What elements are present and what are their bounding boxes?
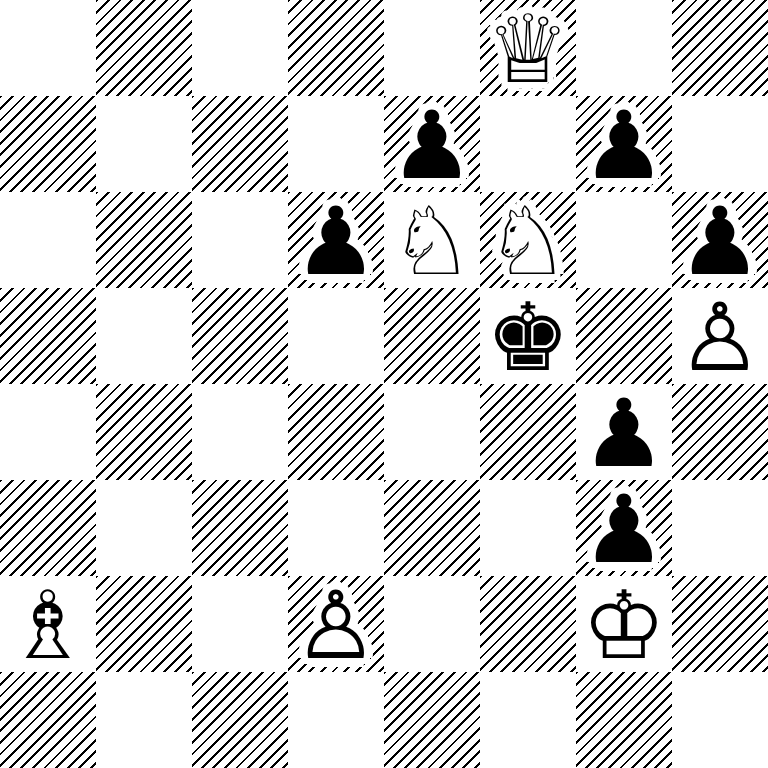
square-h5[interactable]: ♟♙ xyxy=(672,288,768,384)
square-a5[interactable] xyxy=(0,288,96,384)
square-b1[interactable] xyxy=(96,672,192,768)
piece-white-queen-f8[interactable]: ♛♕ xyxy=(480,0,576,96)
square-e6[interactable]: ♞♘ xyxy=(384,192,480,288)
square-c4[interactable] xyxy=(192,384,288,480)
square-d8[interactable] xyxy=(288,0,384,96)
square-d5[interactable] xyxy=(288,288,384,384)
square-c2[interactable] xyxy=(192,576,288,672)
square-e1[interactable] xyxy=(384,672,480,768)
square-h1[interactable] xyxy=(672,672,768,768)
white-bishop-icon: ♗ xyxy=(0,576,96,672)
square-e8[interactable] xyxy=(384,0,480,96)
black-pawn-icon: ♟ xyxy=(576,480,672,576)
square-b5[interactable] xyxy=(96,288,192,384)
square-g1[interactable] xyxy=(576,672,672,768)
black-pawn-icon: ♟ xyxy=(576,96,672,192)
square-c7[interactable] xyxy=(192,96,288,192)
square-b4[interactable] xyxy=(96,384,192,480)
piece-black-pawn-h6[interactable]: ♟♟ xyxy=(672,192,768,288)
square-d3[interactable] xyxy=(288,480,384,576)
square-d2[interactable]: ♟♙ xyxy=(288,576,384,672)
piece-white-knight-e6[interactable]: ♞♘ xyxy=(384,192,480,288)
square-a2[interactable]: ♝♗ xyxy=(0,576,96,672)
piece-black-pawn-e7[interactable]: ♟♟ xyxy=(384,96,480,192)
square-d4[interactable] xyxy=(288,384,384,480)
square-g8[interactable] xyxy=(576,0,672,96)
square-a7[interactable] xyxy=(0,96,96,192)
square-e4[interactable] xyxy=(384,384,480,480)
square-a3[interactable] xyxy=(0,480,96,576)
square-b7[interactable] xyxy=(96,96,192,192)
square-a4[interactable] xyxy=(0,384,96,480)
square-g2[interactable]: ♚♔ xyxy=(576,576,672,672)
white-queen-icon: ♕ xyxy=(480,0,576,96)
piece-white-bishop-a2[interactable]: ♝♗ xyxy=(0,576,96,672)
piece-white-pawn-h5[interactable]: ♟♙ xyxy=(672,288,768,384)
square-d6[interactable]: ♟♟ xyxy=(288,192,384,288)
square-h3[interactable] xyxy=(672,480,768,576)
piece-black-pawn-g3[interactable]: ♟♟ xyxy=(576,480,672,576)
square-h4[interactable] xyxy=(672,384,768,480)
square-b2[interactable] xyxy=(96,576,192,672)
square-b8[interactable] xyxy=(96,0,192,96)
white-king-icon: ♔ xyxy=(576,576,672,672)
square-c5[interactable] xyxy=(192,288,288,384)
square-f5[interactable]: ♚♚ xyxy=(480,288,576,384)
white-pawn-icon: ♙ xyxy=(672,288,768,384)
piece-black-pawn-g7[interactable]: ♟♟ xyxy=(576,96,672,192)
square-f4[interactable] xyxy=(480,384,576,480)
white-knight-icon: ♘ xyxy=(384,192,480,288)
piece-black-pawn-g4[interactable]: ♟♟ xyxy=(576,384,672,480)
square-a6[interactable] xyxy=(0,192,96,288)
piece-white-pawn-d2[interactable]: ♟♙ xyxy=(288,576,384,672)
square-f1[interactable] xyxy=(480,672,576,768)
square-c1[interactable] xyxy=(192,672,288,768)
piece-black-pawn-d6[interactable]: ♟♟ xyxy=(288,192,384,288)
square-h8[interactable] xyxy=(672,0,768,96)
black-pawn-icon: ♟ xyxy=(288,192,384,288)
piece-white-knight-f6[interactable]: ♞♘ xyxy=(480,192,576,288)
square-c8[interactable] xyxy=(192,0,288,96)
square-c6[interactable] xyxy=(192,192,288,288)
square-b6[interactable] xyxy=(96,192,192,288)
chess-board: ♛♕♟♟♟♟♟♟♞♘♞♘♟♟♚♚♟♙♟♟♟♟♝♗♟♙♚♔ xyxy=(0,0,768,768)
black-king-icon: ♚ xyxy=(480,288,576,384)
square-h6[interactable]: ♟♟ xyxy=(672,192,768,288)
square-c3[interactable] xyxy=(192,480,288,576)
black-pawn-icon: ♟ xyxy=(384,96,480,192)
square-g3[interactable]: ♟♟ xyxy=(576,480,672,576)
square-a1[interactable] xyxy=(0,672,96,768)
square-g7[interactable]: ♟♟ xyxy=(576,96,672,192)
square-f8[interactable]: ♛♕ xyxy=(480,0,576,96)
square-f2[interactable] xyxy=(480,576,576,672)
square-a8[interactable] xyxy=(0,0,96,96)
square-b3[interactable] xyxy=(96,480,192,576)
square-f6[interactable]: ♞♘ xyxy=(480,192,576,288)
square-g4[interactable]: ♟♟ xyxy=(576,384,672,480)
square-e5[interactable] xyxy=(384,288,480,384)
square-f7[interactable] xyxy=(480,96,576,192)
square-g5[interactable] xyxy=(576,288,672,384)
piece-black-king-f5[interactable]: ♚♚ xyxy=(480,288,576,384)
white-pawn-icon: ♙ xyxy=(288,576,384,672)
square-g6[interactable] xyxy=(576,192,672,288)
square-e3[interactable] xyxy=(384,480,480,576)
piece-white-king-g2[interactable]: ♚♔ xyxy=(576,576,672,672)
square-e7[interactable]: ♟♟ xyxy=(384,96,480,192)
square-d1[interactable] xyxy=(288,672,384,768)
white-knight-icon: ♘ xyxy=(480,192,576,288)
square-h2[interactable] xyxy=(672,576,768,672)
square-f3[interactable] xyxy=(480,480,576,576)
square-e2[interactable] xyxy=(384,576,480,672)
black-pawn-icon: ♟ xyxy=(576,384,672,480)
black-pawn-icon: ♟ xyxy=(672,192,768,288)
square-h7[interactable] xyxy=(672,96,768,192)
square-d7[interactable] xyxy=(288,96,384,192)
